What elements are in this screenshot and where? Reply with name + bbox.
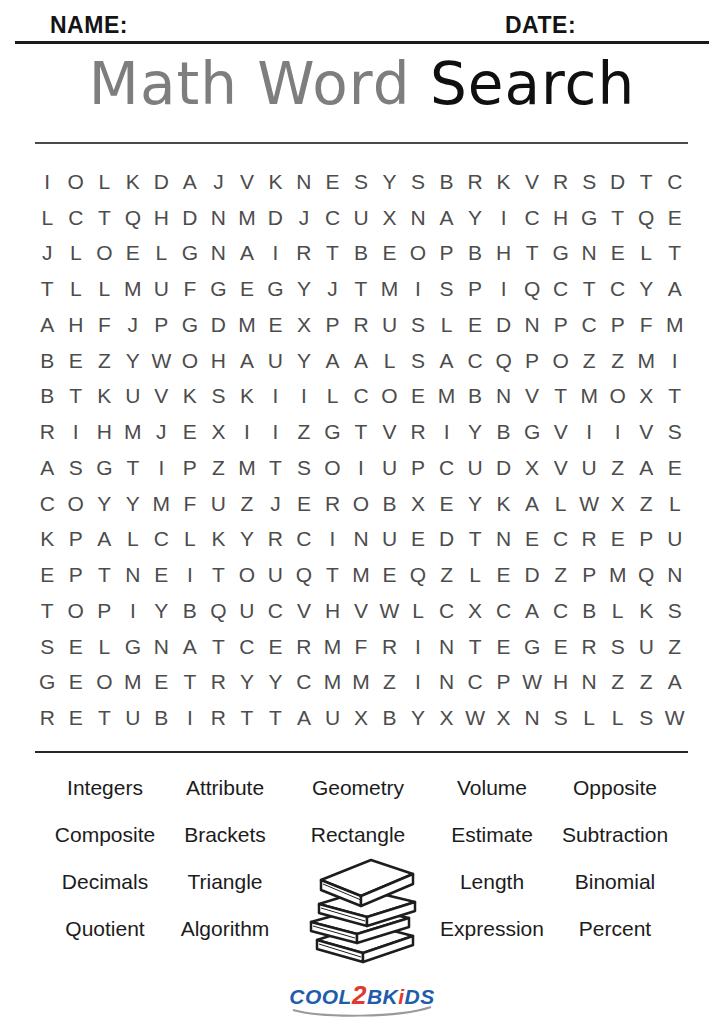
grid-cell-r11c22[interactable]: P [632,522,661,558]
grid-cell-r11c9[interactable]: R [261,522,290,558]
grid-cell-r8c12[interactable]: T [347,414,376,450]
grid-cell-r2c13[interactable]: X [375,200,404,236]
grid-cell-r7c10[interactable]: I [290,379,319,415]
grid-cell-r11c10[interactable]: C [290,522,319,558]
grid-cell-r5c16[interactable]: E [461,307,490,343]
grid-cell-r6c23[interactable]: I [660,343,689,379]
grid-cell-r4c12[interactable]: T [347,271,376,307]
grid-cell-r16c2[interactable]: E [62,700,91,736]
grid-cell-r4c10[interactable]: Y [290,271,319,307]
grid-cell-r13c3[interactable]: P [90,593,119,629]
grid-cell-r5c14[interactable]: S [404,307,433,343]
grid-cell-r9c11[interactable]: O [318,450,347,486]
grid-cell-r4c13[interactable]: M [375,271,404,307]
grid-cell-r7c21[interactable]: O [603,379,632,415]
grid-cell-r7c17[interactable]: N [489,379,518,415]
grid-cell-r7c6[interactable]: K [176,379,205,415]
grid-cell-r15c3[interactable]: O [90,665,119,701]
grid-cell-r1c7[interactable]: J [204,164,233,200]
grid-cell-r1c14[interactable]: S [404,164,433,200]
grid-cell-r15c17[interactable]: P [489,665,518,701]
grid-cell-r6c3[interactable]: Z [90,343,119,379]
grid-cell-r9c12[interactable]: I [347,450,376,486]
grid-cell-r16c5[interactable]: B [147,700,176,736]
grid-cell-r5c19[interactable]: P [546,307,575,343]
grid-cell-r6c20[interactable]: Z [575,343,604,379]
grid-cell-r14c13[interactable]: R [375,629,404,665]
grid-cell-r15c14[interactable]: I [404,665,433,701]
grid-cell-r1c9[interactable]: K [261,164,290,200]
grid-cell-r2c9[interactable]: D [261,200,290,236]
grid-cell-r10c1[interactable]: C [33,486,62,522]
grid-cell-r12c21[interactable]: M [603,557,632,593]
grid-cell-r14c6[interactable]: A [176,629,205,665]
grid-cell-r5c9[interactable]: E [261,307,290,343]
grid-cell-r5c22[interactable]: F [632,307,661,343]
grid-cell-r2c11[interactable]: C [318,200,347,236]
grid-cell-r3c3[interactable]: O [90,236,119,272]
grid-cell-r11c18[interactable]: E [518,522,547,558]
grid-cell-r6c11[interactable]: A [318,343,347,379]
grid-cell-r1c2[interactable]: O [62,164,91,200]
grid-cell-r4c6[interactable]: F [176,271,205,307]
grid-cell-r9c8[interactable]: M [233,450,262,486]
grid-cell-r5c18[interactable]: N [518,307,547,343]
grid-cell-r4c15[interactable]: S [432,271,461,307]
grid-cell-r11c1[interactable]: K [33,522,62,558]
grid-cell-r7c8[interactable]: K [233,379,262,415]
grid-cell-r16c4[interactable]: U [119,700,148,736]
grid-cell-r14c15[interactable]: N [432,629,461,665]
grid-cell-r8c4[interactable]: M [119,414,148,450]
grid-cell-r11c15[interactable]: D [432,522,461,558]
grid-cell-r15c13[interactable]: Z [375,665,404,701]
grid-cell-r7c5[interactable]: V [147,379,176,415]
grid-cell-r11c19[interactable]: C [546,522,575,558]
grid-cell-r12c4[interactable]: N [119,557,148,593]
grid-cell-r12c7[interactable]: T [204,557,233,593]
grid-cell-r14c5[interactable]: N [147,629,176,665]
grid-cell-r6c14[interactable]: S [404,343,433,379]
grid-cell-r13c5[interactable]: Y [147,593,176,629]
grid-cell-r4c21[interactable]: C [603,271,632,307]
grid-cell-r3c14[interactable]: O [404,236,433,272]
grid-cell-r3c21[interactable]: E [603,236,632,272]
grid-cell-r5c7[interactable]: D [204,307,233,343]
grid-cell-r6c18[interactable]: P [518,343,547,379]
grid-cell-r4c17[interactable]: I [489,271,518,307]
grid-cell-r14c22[interactable]: U [632,629,661,665]
grid-cell-r7c16[interactable]: B [461,379,490,415]
grid-cell-r12c20[interactable]: P [575,557,604,593]
grid-cell-r14c8[interactable]: C [233,629,262,665]
grid-cell-r9c5[interactable]: I [147,450,176,486]
grid-cell-r13c20[interactable]: B [575,593,604,629]
grid-cell-r13c19[interactable]: C [546,593,575,629]
grid-cell-r7c15[interactable]: M [432,379,461,415]
grid-cell-r6c4[interactable]: Y [119,343,148,379]
grid-cell-r12c18[interactable]: D [518,557,547,593]
grid-cell-r3c12[interactable]: B [347,236,376,272]
grid-cell-r2c15[interactable]: A [432,200,461,236]
grid-cell-r8c3[interactable]: H [90,414,119,450]
grid-cell-r6c10[interactable]: Y [290,343,319,379]
grid-cell-r9c10[interactable]: S [290,450,319,486]
grid-cell-r8c8[interactable]: I [233,414,262,450]
grid-cell-r14c10[interactable]: R [290,629,319,665]
grid-cell-r13c23[interactable]: S [660,593,689,629]
grid-cell-r10c13[interactable]: B [375,486,404,522]
grid-cell-r1c5[interactable]: D [147,164,176,200]
grid-cell-r6c21[interactable]: Z [603,343,632,379]
grid-cell-r3c1[interactable]: J [33,236,62,272]
grid-cell-r12c2[interactable]: P [62,557,91,593]
grid-cell-r1c22[interactable]: T [632,164,661,200]
grid-cell-r9c16[interactable]: U [461,450,490,486]
grid-cell-r4c19[interactable]: C [546,271,575,307]
grid-cell-r16c7[interactable]: R [204,700,233,736]
grid-cell-r1c19[interactable]: R [546,164,575,200]
grid-cell-r6c13[interactable]: L [375,343,404,379]
grid-cell-r5c21[interactable]: P [603,307,632,343]
grid-cell-r9c2[interactable]: S [62,450,91,486]
grid-cell-r9c14[interactable]: P [404,450,433,486]
grid-cell-r4c16[interactable]: P [461,271,490,307]
grid-cell-r11c8[interactable]: Y [233,522,262,558]
grid-cell-r1c15[interactable]: B [432,164,461,200]
grid-cell-r2c5[interactable]: H [147,200,176,236]
grid-cell-r11c21[interactable]: E [603,522,632,558]
grid-cell-r10c8[interactable]: Z [233,486,262,522]
grid-cell-r3c13[interactable]: E [375,236,404,272]
grid-cell-r8c7[interactable]: X [204,414,233,450]
grid-cell-r3c8[interactable]: A [233,236,262,272]
grid-cell-r14c2[interactable]: E [62,629,91,665]
grid-cell-r8c2[interactable]: I [62,414,91,450]
grid-cell-r6c8[interactable]: A [233,343,262,379]
grid-cell-r7c13[interactable]: O [375,379,404,415]
grid-cell-r6c19[interactable]: O [546,343,575,379]
grid-cell-r16c10[interactable]: A [290,700,319,736]
grid-cell-r13c4[interactable]: I [119,593,148,629]
grid-cell-r3c7[interactable]: N [204,236,233,272]
grid-cell-r5c10[interactable]: X [290,307,319,343]
grid-cell-r1c18[interactable]: V [518,164,547,200]
grid-cell-r3c16[interactable]: B [461,236,490,272]
grid-cell-r4c11[interactable]: J [318,271,347,307]
grid-cell-r14c17[interactable]: E [489,629,518,665]
grid-cell-r5c15[interactable]: L [432,307,461,343]
grid-cell-r10c16[interactable]: Y [461,486,490,522]
grid-cell-r6c12[interactable]: A [347,343,376,379]
grid-cell-r14c4[interactable]: G [119,629,148,665]
grid-cell-r9c7[interactable]: Z [204,450,233,486]
grid-cell-r11c11[interactable]: I [318,522,347,558]
grid-cell-r11c16[interactable]: T [461,522,490,558]
grid-cell-r16c20[interactable]: L [575,700,604,736]
grid-cell-r14c3[interactable]: L [90,629,119,665]
grid-cell-r1c8[interactable]: V [233,164,262,200]
grid-cell-r15c18[interactable]: W [518,665,547,701]
grid-cell-r14c7[interactable]: T [204,629,233,665]
grid-cell-r2c2[interactable]: C [62,200,91,236]
grid-cell-r9c18[interactable]: X [518,450,547,486]
grid-cell-r12c8[interactable]: O [233,557,262,593]
grid-cell-r8c19[interactable]: V [546,414,575,450]
grid-cell-r3c17[interactable]: H [489,236,518,272]
grid-cell-r13c15[interactable]: C [432,593,461,629]
grid-cell-r13c10[interactable]: V [290,593,319,629]
grid-cell-r12c11[interactable]: T [318,557,347,593]
grid-cell-r13c2[interactable]: O [62,593,91,629]
grid-cell-r5c5[interactable]: P [147,307,176,343]
grid-cell-r5c2[interactable]: H [62,307,91,343]
grid-cell-r9c6[interactable]: P [176,450,205,486]
grid-cell-r16c18[interactable]: N [518,700,547,736]
grid-cell-r9c20[interactable]: U [575,450,604,486]
grid-cell-r11c17[interactable]: N [489,522,518,558]
grid-cell-r14c9[interactable]: E [261,629,290,665]
grid-cell-r2c3[interactable]: T [90,200,119,236]
grid-cell-r1c21[interactable]: D [603,164,632,200]
grid-cell-r8c17[interactable]: B [489,414,518,450]
grid-cell-r8c6[interactable]: E [176,414,205,450]
grid-cell-r4c7[interactable]: G [204,271,233,307]
grid-cell-r16c21[interactable]: L [603,700,632,736]
grid-cell-r12c22[interactable]: Q [632,557,661,593]
grid-cell-r5c8[interactable]: M [233,307,262,343]
grid-cell-r3c2[interactable]: L [62,236,91,272]
grid-cell-r3c19[interactable]: G [546,236,575,272]
grid-cell-r2c7[interactable]: N [204,200,233,236]
grid-cell-r6c6[interactable]: O [176,343,205,379]
grid-cell-r4c22[interactable]: Y [632,271,661,307]
grid-cell-r2c19[interactable]: H [546,200,575,236]
grid-cell-r4c8[interactable]: E [233,271,262,307]
grid-cell-r13c18[interactable]: A [518,593,547,629]
grid-cell-r15c7[interactable]: R [204,665,233,701]
grid-cell-r1c17[interactable]: K [489,164,518,200]
grid-cell-r10c12[interactable]: O [347,486,376,522]
grid-cell-r2c20[interactable]: G [575,200,604,236]
grid-cell-r2c14[interactable]: N [404,200,433,236]
grid-cell-r12c13[interactable]: E [375,557,404,593]
grid-cell-r10c10[interactable]: E [290,486,319,522]
grid-cell-r4c18[interactable]: Q [518,271,547,307]
grid-cell-r8c21[interactable]: I [603,414,632,450]
grid-cell-r3c22[interactable]: L [632,236,661,272]
grid-cell-r15c16[interactable]: C [461,665,490,701]
grid-cell-r10c6[interactable]: F [176,486,205,522]
grid-cell-r15c1[interactable]: G [33,665,62,701]
grid-cell-r15c21[interactable]: Z [603,665,632,701]
grid-cell-r14c11[interactable]: M [318,629,347,665]
grid-cell-r8c11[interactable]: G [318,414,347,450]
grid-cell-r10c22[interactable]: Z [632,486,661,522]
grid-cell-r9c15[interactable]: C [432,450,461,486]
grid-cell-r6c2[interactable]: E [62,343,91,379]
grid-cell-r5c20[interactable]: C [575,307,604,343]
grid-cell-r15c22[interactable]: Z [632,665,661,701]
grid-cell-r11c4[interactable]: L [119,522,148,558]
grid-cell-r9c19[interactable]: V [546,450,575,486]
grid-cell-r10c18[interactable]: A [518,486,547,522]
grid-cell-r12c3[interactable]: T [90,557,119,593]
grid-cell-r9c22[interactable]: A [632,450,661,486]
grid-cell-r1c6[interactable]: A [176,164,205,200]
grid-cell-r13c11[interactable]: H [318,593,347,629]
grid-cell-r1c1[interactable]: I [33,164,62,200]
grid-cell-r13c16[interactable]: X [461,593,490,629]
grid-cell-r2c4[interactable]: Q [119,200,148,236]
grid-cell-r13c1[interactable]: T [33,593,62,629]
grid-cell-r8c16[interactable]: Y [461,414,490,450]
grid-cell-r7c4[interactable]: U [119,379,148,415]
grid-cell-r7c18[interactable]: V [518,379,547,415]
grid-cell-r12c17[interactable]: E [489,557,518,593]
grid-cell-r3c15[interactable]: P [432,236,461,272]
grid-cell-r10c19[interactable]: L [546,486,575,522]
grid-cell-r4c5[interactable]: U [147,271,176,307]
grid-cell-r10c20[interactable]: W [575,486,604,522]
grid-cell-r2c21[interactable]: T [603,200,632,236]
grid-cell-r1c10[interactable]: N [290,164,319,200]
grid-cell-r13c8[interactable]: U [233,593,262,629]
grid-cell-r6c9[interactable]: U [261,343,290,379]
grid-cell-r1c13[interactable]: Y [375,164,404,200]
grid-cell-r10c3[interactable]: Y [90,486,119,522]
grid-cell-r16c23[interactable]: W [660,700,689,736]
grid-cell-r2c23[interactable]: E [660,200,689,236]
grid-cell-r10c4[interactable]: Y [119,486,148,522]
grid-cell-r15c6[interactable]: T [176,665,205,701]
grid-cell-r13c14[interactable]: L [404,593,433,629]
grid-cell-r15c19[interactable]: H [546,665,575,701]
grid-cell-r15c9[interactable]: Y [261,665,290,701]
grid-cell-r2c17[interactable]: I [489,200,518,236]
grid-cell-r5c13[interactable]: U [375,307,404,343]
grid-cell-r7c20[interactable]: M [575,379,604,415]
grid-cell-r1c3[interactable]: L [90,164,119,200]
grid-cell-r7c11[interactable]: L [318,379,347,415]
grid-cell-r12c12[interactable]: M [347,557,376,593]
grid-cell-r5c17[interactable]: D [489,307,518,343]
grid-cell-r8c15[interactable]: I [432,414,461,450]
grid-cell-r12c9[interactable]: U [261,557,290,593]
grid-cell-r4c14[interactable]: I [404,271,433,307]
grid-cell-r16c8[interactable]: T [233,700,262,736]
grid-cell-r10c2[interactable]: O [62,486,91,522]
grid-cell-r4c2[interactable]: L [62,271,91,307]
grid-cell-r12c16[interactable]: L [461,557,490,593]
grid-cell-r3c20[interactable]: N [575,236,604,272]
grid-cell-r11c5[interactable]: C [147,522,176,558]
grid-cell-r12c6[interactable]: I [176,557,205,593]
grid-cell-r11c13[interactable]: U [375,522,404,558]
grid-cell-r10c15[interactable]: E [432,486,461,522]
grid-cell-r6c5[interactable]: W [147,343,176,379]
grid-cell-r2c8[interactable]: M [233,200,262,236]
grid-cell-r4c9[interactable]: G [261,271,290,307]
grid-cell-r14c12[interactable]: F [347,629,376,665]
grid-cell-r3c5[interactable]: L [147,236,176,272]
grid-cell-r11c7[interactable]: K [204,522,233,558]
grid-cell-r2c16[interactable]: Y [461,200,490,236]
grid-cell-r14c23[interactable]: Z [660,629,689,665]
grid-cell-r14c20[interactable]: R [575,629,604,665]
grid-cell-r1c20[interactable]: S [575,164,604,200]
grid-cell-r8c5[interactable]: J [147,414,176,450]
grid-cell-r16c13[interactable]: B [375,700,404,736]
grid-cell-r1c11[interactable]: E [318,164,347,200]
grid-cell-r15c15[interactable]: N [432,665,461,701]
grid-cell-r5c23[interactable]: M [660,307,689,343]
grid-cell-r12c1[interactable]: E [33,557,62,593]
grid-cell-r15c20[interactable]: N [575,665,604,701]
grid-cell-r9c1[interactable]: A [33,450,62,486]
grid-cell-r9c23[interactable]: E [660,450,689,486]
grid-cell-r14c21[interactable]: S [603,629,632,665]
grid-cell-r9c9[interactable]: T [261,450,290,486]
grid-cell-r16c3[interactable]: T [90,700,119,736]
grid-cell-r15c23[interactable]: A [660,665,689,701]
grid-cell-r14c1[interactable]: S [33,629,62,665]
grid-cell-r1c4[interactable]: K [119,164,148,200]
grid-cell-r11c2[interactable]: P [62,522,91,558]
grid-cell-r14c16[interactable]: T [461,629,490,665]
grid-cell-r2c18[interactable]: C [518,200,547,236]
grid-cell-r13c9[interactable]: C [261,593,290,629]
grid-cell-r4c1[interactable]: T [33,271,62,307]
grid-cell-r15c2[interactable]: E [62,665,91,701]
grid-cell-r13c13[interactable]: W [375,593,404,629]
grid-cell-r7c7[interactable]: S [204,379,233,415]
grid-cell-r5c12[interactable]: R [347,307,376,343]
grid-cell-r12c5[interactable]: E [147,557,176,593]
grid-cell-r3c9[interactable]: I [261,236,290,272]
grid-cell-r15c4[interactable]: M [119,665,148,701]
grid-cell-r16c17[interactable]: X [489,700,518,736]
grid-cell-r6c16[interactable]: C [461,343,490,379]
grid-cell-r10c17[interactable]: K [489,486,518,522]
grid-cell-r7c9[interactable]: I [261,379,290,415]
grid-cell-r7c14[interactable]: E [404,379,433,415]
grid-cell-r13c12[interactable]: V [347,593,376,629]
grid-cell-r16c15[interactable]: X [432,700,461,736]
grid-cell-r9c3[interactable]: G [90,450,119,486]
grid-cell-r10c14[interactable]: X [404,486,433,522]
grid-cell-r13c6[interactable]: B [176,593,205,629]
grid-cell-r8c18[interactable]: G [518,414,547,450]
grid-cell-r16c22[interactable]: S [632,700,661,736]
grid-cell-r1c23[interactable]: C [660,164,689,200]
grid-cell-r7c1[interactable]: B [33,379,62,415]
grid-cell-r5c1[interactable]: A [33,307,62,343]
grid-cell-r15c12[interactable]: M [347,665,376,701]
grid-cell-r2c12[interactable]: U [347,200,376,236]
grid-cell-r15c5[interactable]: E [147,665,176,701]
grid-cell-r3c4[interactable]: E [119,236,148,272]
grid-cell-r16c6[interactable]: I [176,700,205,736]
grid-cell-r16c11[interactable]: U [318,700,347,736]
grid-cell-r7c22[interactable]: X [632,379,661,415]
grid-cell-r4c4[interactable]: M [119,271,148,307]
grid-cell-r14c18[interactable]: G [518,629,547,665]
grid-cell-r2c22[interactable]: Q [632,200,661,236]
grid-cell-r15c8[interactable]: Y [233,665,262,701]
grid-cell-r5c3[interactable]: F [90,307,119,343]
grid-cell-r11c6[interactable]: L [176,522,205,558]
